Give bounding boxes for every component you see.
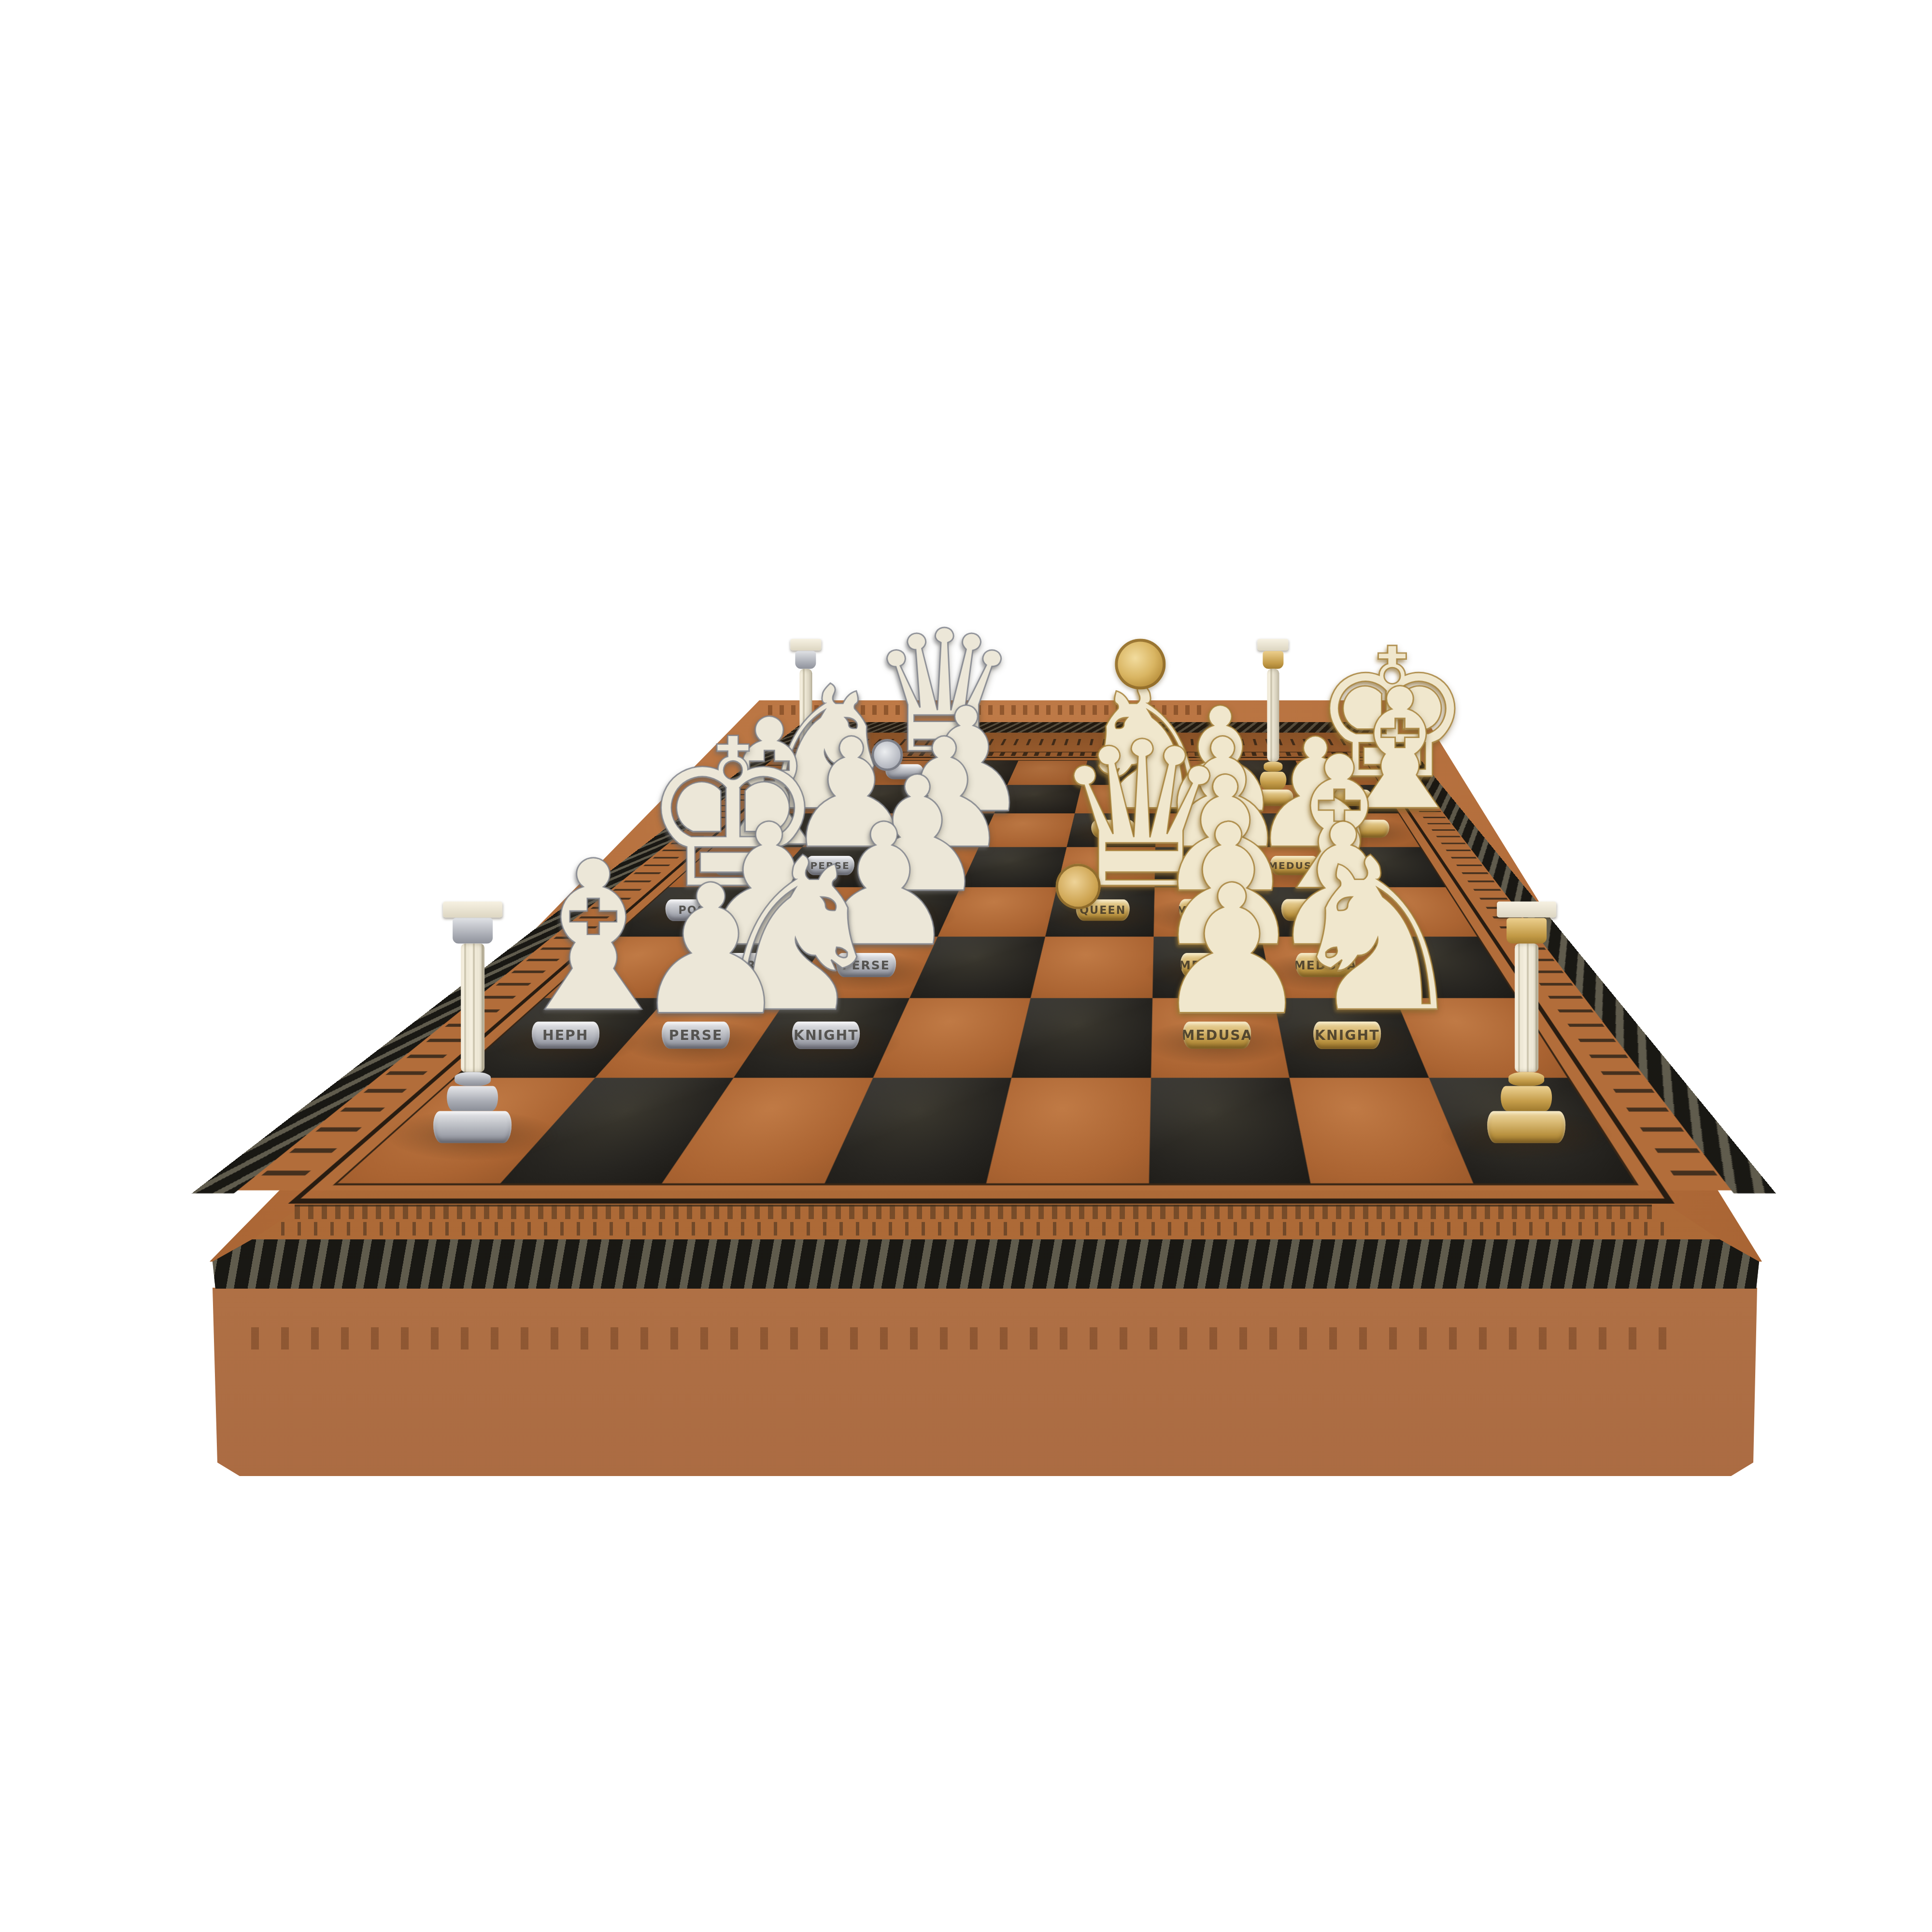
piece-base [1487,1111,1565,1143]
piece-base-label: KNIGHT [794,1027,858,1043]
column-base [1501,1086,1552,1111]
column-abacus [1258,639,1289,651]
piece-white-rook-h1[interactable] [398,881,548,1143]
column-ring [1508,1072,1545,1086]
pieces: ♚POS♛♝HEPH♝♞KNIGHT♞♟♟PERSE♟PERSE♟PERSE♟P… [0,0,1932,1932]
column-abacus [1497,901,1556,917]
column-shaft [461,943,484,1072]
piece-base: MEDUSA [1183,1022,1250,1049]
piece-black-pawn-g6[interactable]: ♟MEDUSA [1152,868,1282,1049]
product-photo-canvas: ♚POS♛♝HEPH♝♞KNIGHT♞♟♟PERSE♟PERSE♟PERSE♟P… [0,0,1932,1932]
piece-glyph: ♟ [1152,868,1282,1033]
piece-base [433,1111,511,1143]
column-capital [1506,918,1547,943]
piece-base-label: KNIGHT [1315,1027,1379,1043]
column-figure [438,881,507,1111]
piece-base-label: PERSE [669,1027,723,1043]
column-figure [1492,881,1561,1111]
piece-glyph: ♟ [631,868,761,1033]
piece-base: PERSE [662,1022,729,1049]
piece-black-rook-h8[interactable] [1451,881,1602,1143]
column-shaft [1515,943,1538,1072]
column-abacus [790,639,821,651]
piece-base: KNIGHT [792,1022,860,1049]
column-capital [453,918,493,943]
column-capital [1263,651,1283,669]
gold-shield-icon [1055,864,1101,909]
piece-base: KNIGHT [1313,1022,1381,1049]
piece-base-label: MEDUSA [1183,1027,1250,1043]
column-ring [455,1072,491,1086]
piece-black-queen-e5[interactable]: ♛QUEEN [1051,723,1154,921]
column-abacus [443,901,502,917]
piece-white-pawn-g2[interactable]: ♟PERSE [631,868,761,1049]
piece-base-label: HEPH [542,1027,588,1043]
column-base [447,1086,498,1111]
